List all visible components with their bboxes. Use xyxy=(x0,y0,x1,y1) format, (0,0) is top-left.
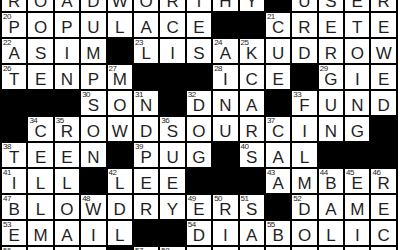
cell[interactable]: 49E xyxy=(187,195,211,219)
cell[interactable]: A xyxy=(55,0,79,11)
cell-letter: C xyxy=(371,227,395,244)
cell[interactable]: R xyxy=(134,195,158,219)
cell[interactable]: L xyxy=(292,143,316,167)
cell[interactable]: 28I xyxy=(213,65,237,89)
cell[interactable]: 52D xyxy=(292,195,316,219)
cell[interactable]: E xyxy=(28,65,52,89)
cell[interactable]: I xyxy=(292,117,316,141)
cell-letter: R xyxy=(319,45,343,62)
cell-letter: D xyxy=(187,97,211,114)
cell[interactable]: O xyxy=(292,221,316,245)
cell-letter: T xyxy=(345,19,369,36)
cell-letter: H xyxy=(213,0,237,10)
cell[interactable]: 29G xyxy=(319,65,343,89)
cell-letter: Y xyxy=(160,201,184,218)
cell[interactable]: N xyxy=(55,65,79,89)
cell-letter: E xyxy=(187,19,211,36)
cell-letter: L xyxy=(108,227,132,244)
cell[interactable]: E xyxy=(187,13,211,37)
cell[interactable]: T xyxy=(187,0,211,11)
cell[interactable]: 43A xyxy=(266,169,290,193)
black-cell xyxy=(187,169,211,193)
cell-letter: P xyxy=(134,149,158,166)
cell[interactable]: 39P xyxy=(134,143,158,167)
cell-letter: A xyxy=(240,227,264,244)
cell[interactable]: A xyxy=(240,91,264,115)
cell[interactable]: R xyxy=(240,117,264,141)
cell[interactable]: C xyxy=(160,13,184,37)
cell[interactable]: C xyxy=(371,221,395,245)
cell-letter: U xyxy=(292,0,316,10)
cell-letter: D xyxy=(187,227,211,244)
cell[interactable]: I xyxy=(81,221,105,245)
cell[interactable]: R xyxy=(292,13,316,37)
cell-letter: U xyxy=(81,19,105,36)
cell[interactable]: 22A xyxy=(2,39,26,63)
cell[interactable]: 31N xyxy=(134,91,158,115)
cell[interactable]: L xyxy=(319,221,343,245)
cell[interactable]: 48W xyxy=(81,195,105,219)
cell-letter: U xyxy=(213,123,237,140)
cell[interactable]: 44B xyxy=(319,169,343,193)
black-cell xyxy=(2,91,26,115)
cell-letter: U xyxy=(319,97,343,114)
cell-letter: N xyxy=(213,97,237,114)
cell[interactable]: M xyxy=(28,221,52,245)
cell[interactable]: I xyxy=(345,65,369,89)
cell[interactable]: O xyxy=(345,39,369,63)
cell[interactable]: H xyxy=(213,0,237,11)
black-cell xyxy=(187,65,211,89)
cell-letter: O xyxy=(28,0,52,10)
cell-letter: I xyxy=(55,45,79,62)
cell[interactable]: 51S xyxy=(240,195,264,219)
cell-letter: D xyxy=(292,45,316,62)
cell[interactable]: W xyxy=(108,0,132,11)
black-cell xyxy=(55,91,79,115)
cell-letter: T xyxy=(187,0,211,10)
black-cell xyxy=(108,143,132,167)
black-cell xyxy=(266,195,290,219)
black-cell xyxy=(213,169,237,193)
cell[interactable]: W xyxy=(371,39,395,63)
cell[interactable]: R xyxy=(160,0,184,11)
cell-letter: R xyxy=(292,19,316,36)
cell-letter: E xyxy=(160,175,184,192)
cell-letter: R xyxy=(2,0,26,10)
cell[interactable]: 20P xyxy=(2,13,26,37)
crossword-grid: ROADWORTHYUSER20POPULACE21CRETE22ASIM23L… xyxy=(0,0,398,250)
cell-letter: N xyxy=(81,149,105,166)
cell-letter: O xyxy=(345,45,369,62)
cell[interactable]: I xyxy=(345,221,369,245)
cell[interactable]: E xyxy=(160,169,184,193)
black-cell xyxy=(81,169,105,193)
cell-letter: L xyxy=(319,227,343,244)
cell[interactable]: A xyxy=(319,195,343,219)
cell-letter: A xyxy=(266,149,290,166)
cell[interactable]: U xyxy=(213,117,237,141)
cell-letter: O xyxy=(108,97,132,114)
cell[interactable]: 45E xyxy=(345,169,369,193)
cell-letter: N xyxy=(319,123,343,140)
cell[interactable]: O xyxy=(108,91,132,115)
cell-letter: I xyxy=(345,71,369,88)
cell[interactable]: 26T xyxy=(2,65,26,89)
cell[interactable]: Y xyxy=(160,195,184,219)
cell-letter: M xyxy=(292,175,316,192)
cell-letter: S xyxy=(240,201,264,218)
cell-letter: R xyxy=(160,0,184,10)
cell-letter: A xyxy=(134,19,158,36)
cell-letter: B xyxy=(266,227,290,244)
cell-letter: L xyxy=(28,175,52,192)
cell-letter: D xyxy=(371,97,395,114)
black-cell xyxy=(160,65,184,89)
cell-letter: D xyxy=(134,123,158,140)
cell-letter: S xyxy=(160,123,184,140)
black-cell xyxy=(108,39,132,63)
cell-letter: B xyxy=(319,175,343,192)
cell-letter: C xyxy=(266,19,290,36)
cell-letter: E xyxy=(28,149,52,166)
cell[interactable]: 21C xyxy=(266,13,290,37)
cell-letter: E xyxy=(2,227,26,244)
cell[interactable]: D xyxy=(134,117,158,141)
cell-letter: E xyxy=(28,71,52,88)
cell-letter: N xyxy=(55,71,79,88)
cell[interactable]: E xyxy=(134,169,158,193)
cell[interactable]: 50R xyxy=(213,195,237,219)
cell[interactable]: N xyxy=(213,91,237,115)
black-cell xyxy=(266,91,290,115)
cell-letter: L xyxy=(108,19,132,36)
cell[interactable]: 54D xyxy=(187,221,211,245)
cell-letter: I xyxy=(345,227,369,244)
cell[interactable]: O xyxy=(28,0,52,11)
cell[interactable]: Y xyxy=(240,0,264,11)
cell-letter: G xyxy=(187,149,211,166)
cell-letter: S xyxy=(240,149,264,166)
cell[interactable]: O xyxy=(55,195,79,219)
cell-letter: C xyxy=(266,123,290,140)
cell[interactable]: D xyxy=(81,0,105,11)
cell[interactable]: 36S xyxy=(160,117,184,141)
cell[interactable]: 33F xyxy=(292,91,316,115)
cell-letter: O xyxy=(134,0,158,10)
cell-letter: L xyxy=(28,201,52,218)
cell-letter: E xyxy=(319,19,343,36)
cell-letter: E xyxy=(371,201,395,218)
cell-letter: B xyxy=(2,201,26,218)
cell-letter: C xyxy=(28,123,52,140)
cell-letter: L xyxy=(55,175,79,192)
cell[interactable]: E xyxy=(371,65,395,89)
cell-letter: I xyxy=(81,227,105,244)
cell-letter: E xyxy=(266,71,290,88)
black-cell xyxy=(28,91,52,115)
cell-letter: W xyxy=(108,0,132,10)
cell[interactable]: R xyxy=(371,0,395,11)
cell-letter: R xyxy=(371,0,395,10)
cell-letter: E xyxy=(187,201,211,218)
cell-letter: P xyxy=(81,71,105,88)
cell-letter: L xyxy=(108,175,132,192)
black-cell xyxy=(213,13,237,37)
black-cell xyxy=(134,65,158,89)
cell[interactable]: S xyxy=(28,39,52,63)
cell[interactable]: 23L xyxy=(134,39,158,63)
black-cell xyxy=(345,143,369,167)
cell[interactable]: S xyxy=(319,0,343,11)
cell-letter: T xyxy=(2,149,26,166)
cell-letter: R xyxy=(213,201,237,218)
black-cell xyxy=(240,169,264,193)
cell-letter: E xyxy=(371,19,395,36)
cell[interactable]: L xyxy=(108,13,132,37)
cell[interactable]: 38T xyxy=(2,143,26,167)
cell[interactable]: N xyxy=(319,117,343,141)
cell[interactable]: 41I xyxy=(2,169,26,193)
cell[interactable]: 32D xyxy=(187,91,211,115)
cell[interactable]: I xyxy=(213,221,237,245)
cell[interactable]: E xyxy=(28,143,52,167)
cell-letter: U xyxy=(160,149,184,166)
cell-letter: D xyxy=(292,201,316,218)
cell-letter: A xyxy=(55,0,79,10)
cell-letter: N xyxy=(134,97,158,114)
cell[interactable]: U xyxy=(292,0,316,11)
cell-letter: L xyxy=(134,45,158,62)
cell-letter: R xyxy=(134,201,158,218)
black-cell xyxy=(371,143,395,167)
cell[interactable]: L xyxy=(108,221,132,245)
cell[interactable]: L xyxy=(28,169,52,193)
cell-letter: E xyxy=(134,175,158,192)
cell-letter: U xyxy=(266,45,290,62)
cell-letter: A xyxy=(55,227,79,244)
cell[interactable]: P xyxy=(55,13,79,37)
cell[interactable]: 24A xyxy=(213,39,237,63)
cell[interactable]: 46R xyxy=(371,169,395,193)
cell[interactable]: M xyxy=(345,195,369,219)
cell[interactable]: 37C xyxy=(266,117,290,141)
cell[interactable]: U xyxy=(160,143,184,167)
cell-letter: S xyxy=(81,97,105,114)
cell-letter: E xyxy=(345,175,369,192)
cell[interactable]: S xyxy=(187,39,211,63)
cell[interactable]: C xyxy=(240,65,264,89)
cell[interactable]: U xyxy=(319,91,343,115)
cell[interactable]: P xyxy=(81,65,105,89)
cell-letter: I xyxy=(213,71,237,88)
cell-letter: I xyxy=(160,45,184,62)
cell-letter: W xyxy=(81,201,105,218)
black-cell xyxy=(240,13,264,37)
cell-letter: I xyxy=(2,175,26,192)
cell-letter: S xyxy=(187,45,211,62)
cell[interactable]: 55B xyxy=(266,221,290,245)
black-cell xyxy=(213,143,237,167)
cell[interactable]: 42L xyxy=(108,169,132,193)
cell[interactable]: 47B xyxy=(2,195,26,219)
cell-letter: K xyxy=(240,45,264,62)
cell[interactable]: G xyxy=(187,143,211,167)
cell[interactable]: M xyxy=(292,169,316,193)
cell-letter: O xyxy=(28,19,52,36)
cell-letter: I xyxy=(292,123,316,140)
cell-letter: Y xyxy=(240,0,264,10)
black-cell xyxy=(160,221,184,245)
black-cell xyxy=(134,221,158,245)
cell[interactable]: A xyxy=(240,221,264,245)
cell-letter: E xyxy=(55,149,79,166)
cell-letter: W xyxy=(108,123,132,140)
cell[interactable]: 25K xyxy=(240,39,264,63)
cell-letter: A xyxy=(240,97,264,114)
cell[interactable]: E xyxy=(55,143,79,167)
cell-letter: T xyxy=(2,71,26,88)
crossword-puzzle-screenshot: ROADWORTHYUSER20POPULACE21CRETE22ASIM23L… xyxy=(0,0,400,250)
cell[interactable]: R xyxy=(2,0,26,11)
cell-letter: G xyxy=(345,123,369,140)
cell-letter: O xyxy=(187,123,211,140)
cell[interactable]: O xyxy=(28,13,52,37)
black-cell xyxy=(319,143,343,167)
cell-letter: C xyxy=(240,71,264,88)
cell-letter: M xyxy=(81,45,105,62)
cell[interactable]: L xyxy=(55,169,79,193)
cell[interactable]: 27M xyxy=(108,65,132,89)
cell[interactable]: M xyxy=(81,39,105,63)
cell[interactable]: A xyxy=(266,143,290,167)
cell[interactable]: E xyxy=(345,0,369,11)
cell[interactable]: N xyxy=(345,91,369,115)
cell[interactable]: D xyxy=(292,39,316,63)
cell-letter: R xyxy=(240,123,264,140)
cell[interactable]: O xyxy=(134,0,158,11)
cell[interactable]: O xyxy=(81,117,105,141)
cell[interactable]: 40S xyxy=(240,143,264,167)
cell[interactable]: G xyxy=(345,117,369,141)
cell-letter: E xyxy=(345,0,369,10)
cell-letter: R xyxy=(371,175,395,192)
cell-letter: A xyxy=(213,45,237,62)
cell-letter: D xyxy=(81,0,105,10)
cell[interactable]: 53E xyxy=(2,221,26,245)
cell[interactable]: L xyxy=(28,195,52,219)
cell-letter: E xyxy=(371,71,395,88)
cell-letter: C xyxy=(160,19,184,36)
cell-letter: A xyxy=(266,175,290,192)
cell[interactable]: R xyxy=(319,39,343,63)
cell-letter: O xyxy=(292,227,316,244)
black-cell xyxy=(371,117,395,141)
cell[interactable]: U xyxy=(81,13,105,37)
cell-letter: M xyxy=(28,227,52,244)
cell[interactable]: D xyxy=(371,91,395,115)
cell-letter: W xyxy=(371,45,395,62)
cell[interactable]: 34C xyxy=(28,117,52,141)
cell-letter: A xyxy=(319,201,343,218)
cell[interactable]: E xyxy=(266,65,290,89)
cell-letter: F xyxy=(292,97,316,114)
cell[interactable]: A xyxy=(55,221,79,245)
cell[interactable]: E xyxy=(371,195,395,219)
black-cell xyxy=(2,117,26,141)
cell[interactable]: E xyxy=(319,13,343,37)
cell-letter: P xyxy=(2,19,26,36)
cell-letter: S xyxy=(28,45,52,62)
cell[interactable]: 35R xyxy=(55,117,79,141)
cell-letter: L xyxy=(292,149,316,166)
cell[interactable]: A xyxy=(134,13,158,37)
cell[interactable]: E xyxy=(371,13,395,37)
cell[interactable]: U xyxy=(266,39,290,63)
cell-letter: A xyxy=(2,45,26,62)
cell[interactable]: W xyxy=(108,117,132,141)
cell-letter: M xyxy=(345,201,369,218)
black-cell xyxy=(292,65,316,89)
cell-letter: S xyxy=(319,0,343,10)
cell-letter: R xyxy=(55,123,79,140)
cell-letter: I xyxy=(213,227,237,244)
cell-letter: O xyxy=(81,123,105,140)
cell-letter: N xyxy=(345,97,369,114)
cell[interactable]: T xyxy=(345,13,369,37)
cell-letter: P xyxy=(55,19,79,36)
cell-letter: O xyxy=(55,201,79,218)
cell[interactable]: O xyxy=(187,117,211,141)
cell[interactable]: I xyxy=(55,39,79,63)
cell-letter: G xyxy=(319,71,343,88)
black-cell xyxy=(160,91,184,115)
black-cell xyxy=(266,0,290,11)
cell[interactable]: D xyxy=(108,195,132,219)
cell-letter: M xyxy=(108,71,132,88)
cell[interactable]: N xyxy=(81,143,105,167)
cell[interactable]: 30S xyxy=(81,91,105,115)
cell-letter: D xyxy=(108,201,132,218)
cell[interactable]: I xyxy=(160,39,184,63)
